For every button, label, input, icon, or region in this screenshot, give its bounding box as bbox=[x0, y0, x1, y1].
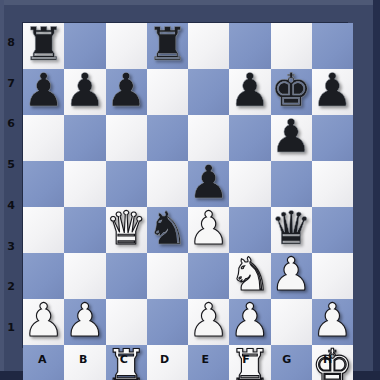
rank-label-2: 2 bbox=[0, 267, 22, 308]
square-a7[interactable]: ♟ bbox=[23, 69, 64, 115]
file-label-a: A bbox=[22, 348, 63, 371]
square-d3[interactable] bbox=[147, 253, 188, 299]
piece-white-pawn[interactable]: ♟ bbox=[188, 297, 229, 343]
piece-black-knight[interactable]: ♞ bbox=[147, 205, 188, 251]
rank-label-5: 5 bbox=[0, 144, 22, 185]
square-a4[interactable] bbox=[23, 207, 64, 253]
frame-top-bevel bbox=[0, 0, 380, 5]
file-label-h: H bbox=[307, 348, 348, 371]
square-g3[interactable]: ♟ bbox=[271, 253, 312, 299]
piece-white-pawn[interactable]: ♟ bbox=[271, 251, 312, 297]
square-d8[interactable]: ♜ bbox=[147, 23, 188, 69]
rank-label-4: 4 bbox=[0, 185, 22, 226]
piece-white-pawn[interactable]: ♟ bbox=[64, 297, 105, 343]
square-d7[interactable] bbox=[147, 69, 188, 115]
square-h7[interactable]: ♟ bbox=[312, 69, 353, 115]
file-label-f: F bbox=[226, 348, 267, 371]
square-b7[interactable]: ♟ bbox=[64, 69, 105, 115]
square-e8[interactable] bbox=[188, 23, 229, 69]
square-f5[interactable] bbox=[229, 161, 270, 207]
piece-black-pawn[interactable]: ♟ bbox=[106, 67, 147, 113]
square-h4[interactable] bbox=[312, 207, 353, 253]
file-label-d: D bbox=[144, 348, 185, 371]
square-h5[interactable] bbox=[312, 161, 353, 207]
rank-label-8: 8 bbox=[0, 22, 22, 63]
piece-black-pawn[interactable]: ♟ bbox=[188, 159, 229, 205]
square-g2[interactable] bbox=[271, 299, 312, 345]
square-e4[interactable]: ♟ bbox=[188, 207, 229, 253]
piece-black-pawn[interactable]: ♟ bbox=[23, 67, 64, 113]
file-labels: ABCDEFGH bbox=[22, 348, 348, 371]
board[interactable]: ♜♜♟♟♟♟♚♟♟♟♛♞♟♛♞♟♟♟♟♟♟♜♜♚ bbox=[22, 22, 348, 348]
square-d2[interactable] bbox=[147, 299, 188, 345]
piece-black-king[interactable]: ♚ bbox=[271, 67, 312, 113]
square-g6[interactable]: ♟ bbox=[271, 115, 312, 161]
square-f6[interactable] bbox=[229, 115, 270, 161]
piece-black-rook[interactable]: ♜ bbox=[147, 21, 188, 67]
rank-label-3: 3 bbox=[0, 226, 22, 267]
rank-labels: 87654321 bbox=[0, 22, 22, 348]
piece-white-knight[interactable]: ♞ bbox=[229, 251, 270, 297]
square-b4[interactable] bbox=[64, 207, 105, 253]
piece-white-pawn[interactable]: ♟ bbox=[229, 297, 270, 343]
square-d4[interactable]: ♞ bbox=[147, 207, 188, 253]
square-d6[interactable] bbox=[147, 115, 188, 161]
frame-right-bevel bbox=[373, 0, 380, 380]
piece-white-pawn[interactable]: ♟ bbox=[23, 297, 64, 343]
rank-label-1: 1 bbox=[0, 307, 22, 348]
square-c3[interactable] bbox=[106, 253, 147, 299]
square-b5[interactable] bbox=[64, 161, 105, 207]
square-b2[interactable]: ♟ bbox=[64, 299, 105, 345]
piece-white-pawn[interactable]: ♟ bbox=[312, 297, 353, 343]
square-e2[interactable]: ♟ bbox=[188, 299, 229, 345]
square-b6[interactable] bbox=[64, 115, 105, 161]
square-e7[interactable] bbox=[188, 69, 229, 115]
piece-white-pawn[interactable]: ♟ bbox=[188, 205, 229, 251]
rank-label-7: 7 bbox=[0, 63, 22, 104]
rank-label-6: 6 bbox=[0, 104, 22, 145]
square-a5[interactable] bbox=[23, 161, 64, 207]
file-label-e: E bbox=[185, 348, 226, 371]
piece-black-pawn[interactable]: ♟ bbox=[312, 67, 353, 113]
file-label-b: B bbox=[63, 348, 104, 371]
file-label-g: G bbox=[267, 348, 308, 371]
piece-black-pawn[interactable]: ♟ bbox=[64, 67, 105, 113]
chessboard-frame: 87654321 ♜♜♟♟♟♟♚♟♟♟♛♞♟♛♞♟♟♟♟♟♟♜♜♚ ABCDEF… bbox=[0, 0, 380, 380]
piece-black-pawn[interactable]: ♟ bbox=[229, 67, 270, 113]
file-label-c: C bbox=[104, 348, 145, 371]
square-c7[interactable]: ♟ bbox=[106, 69, 147, 115]
square-h6[interactable] bbox=[312, 115, 353, 161]
square-a2[interactable]: ♟ bbox=[23, 299, 64, 345]
piece-black-queen[interactable]: ♛ bbox=[271, 205, 312, 251]
square-c4[interactable]: ♛ bbox=[106, 207, 147, 253]
piece-white-queen[interactable]: ♛ bbox=[106, 205, 147, 251]
piece-black-pawn[interactable]: ♟ bbox=[271, 113, 312, 159]
piece-black-rook[interactable]: ♜ bbox=[23, 21, 64, 67]
square-c6[interactable] bbox=[106, 115, 147, 161]
square-f7[interactable]: ♟ bbox=[229, 69, 270, 115]
square-a6[interactable] bbox=[23, 115, 64, 161]
